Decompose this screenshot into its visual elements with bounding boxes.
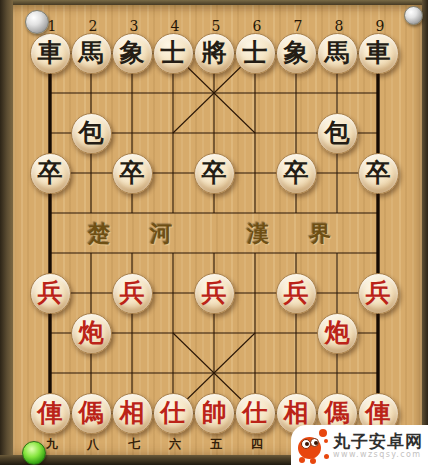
piece-black-elephant[interactable]: 象 bbox=[276, 33, 317, 74]
piece-black-advisor[interactable]: 士 bbox=[235, 33, 276, 74]
piece-glyph: 包 bbox=[325, 120, 350, 145]
corner-screw-bottom-left-icon bbox=[22, 441, 46, 465]
watermark-site-url: www.wzsqsy.com bbox=[333, 450, 423, 459]
piece-glyph: 兵 bbox=[366, 280, 391, 305]
piece-glyph: 將 bbox=[202, 40, 227, 65]
piece-red-cannon[interactable]: 炮 bbox=[317, 313, 358, 354]
piece-glyph: 車 bbox=[38, 40, 63, 65]
piece-black-horse[interactable]: 馬 bbox=[71, 33, 112, 74]
piece-glyph: 傌 bbox=[325, 400, 350, 425]
frame-edge-right bbox=[422, 0, 428, 465]
piece-glyph: 兵 bbox=[38, 280, 63, 305]
piece-glyph: 象 bbox=[284, 40, 309, 65]
piece-glyph: 兵 bbox=[202, 280, 227, 305]
piece-red-horse[interactable]: 傌 bbox=[71, 393, 112, 434]
watermark: 丸子安卓网 www.wzsqsy.com bbox=[291, 425, 428, 465]
piece-glyph: 卒 bbox=[284, 160, 309, 185]
piece-glyph: 相 bbox=[120, 400, 145, 425]
piece-glyph: 包 bbox=[79, 120, 104, 145]
frame-edge-top bbox=[0, 0, 428, 5]
piece-glyph: 卒 bbox=[38, 160, 63, 185]
piece-red-soldier[interactable]: 兵 bbox=[276, 273, 317, 314]
piece-glyph: 相 bbox=[284, 400, 309, 425]
piece-red-advisor[interactable]: 仕 bbox=[153, 393, 194, 434]
piece-black-soldier[interactable]: 卒 bbox=[276, 153, 317, 194]
piece-glyph: 仕 bbox=[161, 400, 186, 425]
piece-glyph: 傌 bbox=[79, 400, 104, 425]
piece-glyph: 馬 bbox=[79, 40, 104, 65]
piece-black-horse[interactable]: 馬 bbox=[317, 33, 358, 74]
watermark-site-name: 丸子安卓网 bbox=[333, 432, 423, 450]
piece-red-soldier[interactable]: 兵 bbox=[30, 273, 71, 314]
piece-glyph: 兵 bbox=[120, 280, 145, 305]
piece-black-cannon[interactable]: 包 bbox=[71, 113, 112, 154]
piece-black-advisor[interactable]: 士 bbox=[153, 33, 194, 74]
piece-black-soldier[interactable]: 卒 bbox=[358, 153, 399, 194]
piece-black-soldier[interactable]: 卒 bbox=[194, 153, 235, 194]
piece-glyph: 俥 bbox=[366, 400, 391, 425]
piece-glyph: 馬 bbox=[325, 40, 350, 65]
piece-black-elephant[interactable]: 象 bbox=[112, 33, 153, 74]
piece-red-chariot[interactable]: 俥 bbox=[30, 393, 71, 434]
piece-glyph: 卒 bbox=[120, 160, 145, 185]
xiangqi-app-screen: 123456789 九八七六五四三二一 楚河 漢界 車馬象士將士象馬車包包卒卒卒… bbox=[0, 0, 428, 465]
piece-red-soldier[interactable]: 兵 bbox=[112, 273, 153, 314]
piece-black-general[interactable]: 將 bbox=[194, 33, 235, 74]
piece-black-chariot[interactable]: 車 bbox=[358, 33, 399, 74]
watermark-mascot-icon bbox=[291, 426, 331, 464]
piece-red-cannon[interactable]: 炮 bbox=[71, 313, 112, 354]
piece-glyph: 兵 bbox=[284, 280, 309, 305]
piece-black-soldier[interactable]: 卒 bbox=[30, 153, 71, 194]
pieces-layer: 車馬象士將士象馬車包包卒卒卒卒卒兵兵兵兵兵炮炮俥傌相仕帥仕相傌俥 bbox=[0, 0, 428, 465]
piece-glyph: 炮 bbox=[325, 320, 350, 345]
piece-glyph: 俥 bbox=[38, 400, 63, 425]
piece-black-chariot[interactable]: 車 bbox=[30, 33, 71, 74]
piece-red-elephant[interactable]: 相 bbox=[112, 393, 153, 434]
piece-glyph: 卒 bbox=[366, 160, 391, 185]
watermark-text-block: 丸子安卓网 www.wzsqsy.com bbox=[331, 432, 423, 459]
piece-red-soldier[interactable]: 兵 bbox=[358, 273, 399, 314]
piece-glyph: 士 bbox=[161, 40, 186, 65]
piece-red-advisor[interactable]: 仕 bbox=[235, 393, 276, 434]
corner-screw-top-right-icon bbox=[404, 6, 423, 25]
piece-black-soldier[interactable]: 卒 bbox=[112, 153, 153, 194]
corner-screw-top-left-icon bbox=[25, 10, 49, 34]
piece-red-soldier[interactable]: 兵 bbox=[194, 273, 235, 314]
piece-glyph: 帥 bbox=[202, 400, 227, 425]
frame-edge-left bbox=[0, 0, 13, 465]
piece-glyph: 士 bbox=[243, 40, 268, 65]
piece-glyph: 象 bbox=[120, 40, 145, 65]
piece-glyph: 仕 bbox=[243, 400, 268, 425]
piece-red-general[interactable]: 帥 bbox=[194, 393, 235, 434]
piece-glyph: 車 bbox=[366, 40, 391, 65]
piece-glyph: 炮 bbox=[79, 320, 104, 345]
piece-glyph: 卒 bbox=[202, 160, 227, 185]
piece-black-cannon[interactable]: 包 bbox=[317, 113, 358, 154]
